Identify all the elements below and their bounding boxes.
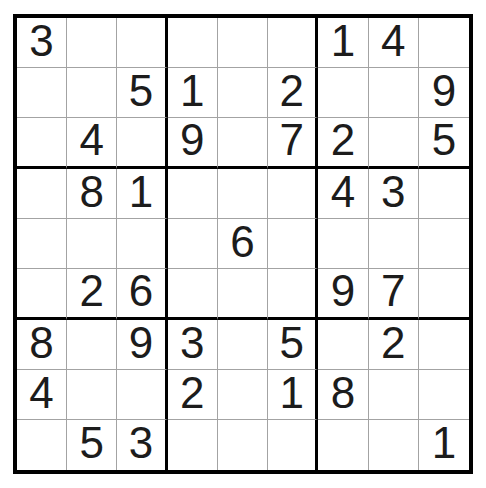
cell-r6c4-empty[interactable]: [168, 269, 218, 320]
cell-r4c4-empty[interactable]: [168, 169, 218, 219]
cell-r2c1-empty[interactable]: [17, 68, 67, 118]
cell-r6c2-given[interactable]: 2: [67, 269, 117, 320]
cell-r9c6-empty[interactable]: [268, 420, 318, 470]
cell-r5c2-empty[interactable]: [67, 219, 117, 269]
cell-r2c5-empty[interactable]: [218, 68, 268, 118]
cell-r8c9-empty[interactable]: [419, 370, 469, 420]
cell-r6c8-given[interactable]: 7: [369, 269, 419, 320]
cell-r2c6-given[interactable]: 2: [268, 68, 318, 118]
cell-r9c9-given[interactable]: 1: [419, 420, 469, 470]
cell-r2c2-empty[interactable]: [67, 68, 117, 118]
cell-r9c7-empty[interactable]: [318, 420, 368, 470]
cell-r1c4-empty[interactable]: [168, 18, 218, 68]
cell-r4c1-empty[interactable]: [17, 169, 67, 219]
cell-r3c8-empty[interactable]: [369, 118, 419, 169]
cell-r6c5-empty[interactable]: [218, 269, 268, 320]
cell-r1c6-empty[interactable]: [268, 18, 318, 68]
cell-r9c4-empty[interactable]: [168, 420, 218, 470]
cell-r8c5-empty[interactable]: [218, 370, 268, 420]
cell-r1c2-empty[interactable]: [67, 18, 117, 68]
cell-r6c9-empty[interactable]: [419, 269, 469, 320]
cell-r4c6-empty[interactable]: [268, 169, 318, 219]
cell-r6c1-empty[interactable]: [17, 269, 67, 320]
cell-r4c9-empty[interactable]: [419, 169, 469, 219]
cell-r3c5-empty[interactable]: [218, 118, 268, 169]
cell-r7c9-empty[interactable]: [419, 320, 469, 370]
cell-r8c1-given[interactable]: 4: [17, 370, 67, 420]
cell-r7c1-given[interactable]: 8: [17, 320, 67, 370]
cell-r6c7-given[interactable]: 9: [318, 269, 368, 320]
cell-r1c1-given[interactable]: 3: [17, 18, 67, 68]
cell-r5c9-empty[interactable]: [419, 219, 469, 269]
cell-r4c8-given[interactable]: 3: [369, 169, 419, 219]
cell-r8c6-given[interactable]: 1: [268, 370, 318, 420]
cell-r4c2-given[interactable]: 8: [67, 169, 117, 219]
cell-r3c6-given[interactable]: 7: [268, 118, 318, 169]
cell-r8c4-given[interactable]: 2: [168, 370, 218, 420]
cell-r3c2-given[interactable]: 4: [67, 118, 117, 169]
cell-r7c4-given[interactable]: 3: [168, 320, 218, 370]
cell-r2c3-given[interactable]: 5: [117, 68, 167, 118]
cell-r1c7-given[interactable]: 1: [318, 18, 368, 68]
cell-r8c3-empty[interactable]: [117, 370, 167, 420]
cell-r6c3-given[interactable]: 6: [117, 269, 167, 320]
cell-r5c1-empty[interactable]: [17, 219, 67, 269]
cell-r1c9-empty[interactable]: [419, 18, 469, 68]
cell-r7c3-given[interactable]: 9: [117, 320, 167, 370]
cell-r3c7-given[interactable]: 2: [318, 118, 368, 169]
cell-r7c7-empty[interactable]: [318, 320, 368, 370]
sudoku-board: 314512949725814362697893524218531: [13, 14, 473, 474]
cell-r2c4-given[interactable]: 1: [168, 68, 218, 118]
cell-r5c6-empty[interactable]: [268, 219, 318, 269]
cell-r3c1-empty[interactable]: [17, 118, 67, 169]
cell-r2c7-empty[interactable]: [318, 68, 368, 118]
cell-r9c5-empty[interactable]: [218, 420, 268, 470]
cell-r9c8-empty[interactable]: [369, 420, 419, 470]
cell-r5c5-given[interactable]: 6: [218, 219, 268, 269]
cell-r3c9-given[interactable]: 5: [419, 118, 469, 169]
cell-r2c8-empty[interactable]: [369, 68, 419, 118]
cell-r9c2-given[interactable]: 5: [67, 420, 117, 470]
cell-r8c7-given[interactable]: 8: [318, 370, 368, 420]
cell-r9c3-given[interactable]: 3: [117, 420, 167, 470]
cell-r4c5-empty[interactable]: [218, 169, 268, 219]
cell-r1c8-given[interactable]: 4: [369, 18, 419, 68]
cell-r5c3-empty[interactable]: [117, 219, 167, 269]
cell-r4c3-given[interactable]: 1: [117, 169, 167, 219]
cell-r3c3-empty[interactable]: [117, 118, 167, 169]
cell-r5c8-empty[interactable]: [369, 219, 419, 269]
cell-r7c2-empty[interactable]: [67, 320, 117, 370]
cell-r7c5-empty[interactable]: [218, 320, 268, 370]
cell-r8c2-empty[interactable]: [67, 370, 117, 420]
cell-r7c8-given[interactable]: 2: [369, 320, 419, 370]
cell-r3c4-given[interactable]: 9: [168, 118, 218, 169]
cell-r5c4-empty[interactable]: [168, 219, 218, 269]
cell-r2c9-given[interactable]: 9: [419, 68, 469, 118]
cell-r1c5-empty[interactable]: [218, 18, 268, 68]
cell-r5c7-empty[interactable]: [318, 219, 368, 269]
cell-r4c7-given[interactable]: 4: [318, 169, 368, 219]
cell-r6c6-empty[interactable]: [268, 269, 318, 320]
cell-r7c6-given[interactable]: 5: [268, 320, 318, 370]
cell-r1c3-empty[interactable]: [117, 18, 167, 68]
cell-r8c8-empty[interactable]: [369, 370, 419, 420]
cell-r9c1-empty[interactable]: [17, 420, 67, 470]
